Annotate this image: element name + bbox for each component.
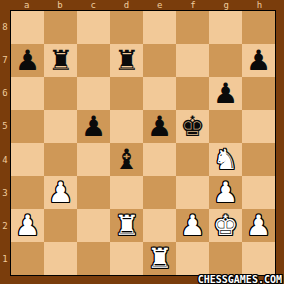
square-f1[interactable] xyxy=(176,242,209,275)
square-a3[interactable] xyxy=(11,176,44,209)
square-g7[interactable] xyxy=(209,44,242,77)
square-h4[interactable] xyxy=(242,143,275,176)
black-king: ♚ xyxy=(176,110,209,143)
square-c6[interactable] xyxy=(77,77,110,110)
square-f5[interactable]: ♚ xyxy=(176,110,209,143)
black-bishop: ♝ xyxy=(110,143,143,176)
square-e6[interactable] xyxy=(143,77,176,110)
square-f4[interactable] xyxy=(176,143,209,176)
square-c7[interactable] xyxy=(77,44,110,77)
square-g4[interactable]: ♞ xyxy=(209,143,242,176)
square-d1[interactable] xyxy=(110,242,143,275)
rank-label-2: 2 xyxy=(0,210,10,243)
square-c1[interactable] xyxy=(77,242,110,275)
white-rook: ♜ xyxy=(143,242,176,275)
rank-label-4: 4 xyxy=(0,143,10,176)
black-rook: ♜ xyxy=(44,44,77,77)
rank-labels: 87654321 xyxy=(0,10,10,276)
square-h2[interactable]: ♟ xyxy=(242,209,275,242)
square-f3[interactable] xyxy=(176,176,209,209)
board: ♟♜♜♟♟♟♟♚♝♞♟♟♟♜♟♚♟♜ xyxy=(10,10,276,276)
square-d6[interactable] xyxy=(110,77,143,110)
black-pawn: ♟ xyxy=(143,110,176,143)
square-h3[interactable] xyxy=(242,176,275,209)
black-pawn: ♟ xyxy=(77,110,110,143)
white-pawn: ♟ xyxy=(44,176,77,209)
square-b8[interactable] xyxy=(44,11,77,44)
square-e7[interactable] xyxy=(143,44,176,77)
square-a8[interactable] xyxy=(11,11,44,44)
white-king: ♚ xyxy=(209,209,242,242)
square-f2[interactable]: ♟ xyxy=(176,209,209,242)
rank-label-6: 6 xyxy=(0,77,10,110)
square-d7[interactable]: ♜ xyxy=(110,44,143,77)
square-a4[interactable] xyxy=(11,143,44,176)
black-pawn: ♟ xyxy=(209,77,242,110)
square-b3[interactable]: ♟ xyxy=(44,176,77,209)
white-pawn: ♟ xyxy=(242,209,275,242)
square-c8[interactable] xyxy=(77,11,110,44)
black-pawn: ♟ xyxy=(242,44,275,77)
white-pawn: ♟ xyxy=(11,209,44,242)
square-f8[interactable] xyxy=(176,11,209,44)
square-e2[interactable] xyxy=(143,209,176,242)
square-c2[interactable] xyxy=(77,209,110,242)
square-a1[interactable] xyxy=(11,242,44,275)
square-c5[interactable]: ♟ xyxy=(77,110,110,143)
rank-label-1: 1 xyxy=(0,243,10,276)
rank-label-3: 3 xyxy=(0,176,10,209)
square-h7[interactable]: ♟ xyxy=(242,44,275,77)
square-b6[interactable] xyxy=(44,77,77,110)
black-rook: ♜ xyxy=(110,44,143,77)
square-g1[interactable] xyxy=(209,242,242,275)
square-d8[interactable] xyxy=(110,11,143,44)
square-a5[interactable] xyxy=(11,110,44,143)
square-a2[interactable]: ♟ xyxy=(11,209,44,242)
square-e5[interactable]: ♟ xyxy=(143,110,176,143)
square-g8[interactable] xyxy=(209,11,242,44)
square-a7[interactable]: ♟ xyxy=(11,44,44,77)
square-d2[interactable]: ♜ xyxy=(110,209,143,242)
square-d4[interactable]: ♝ xyxy=(110,143,143,176)
square-f6[interactable] xyxy=(176,77,209,110)
square-d5[interactable] xyxy=(110,110,143,143)
square-g2[interactable]: ♚ xyxy=(209,209,242,242)
square-a6[interactable] xyxy=(11,77,44,110)
square-g6[interactable]: ♟ xyxy=(209,77,242,110)
white-pawn: ♟ xyxy=(176,209,209,242)
white-rook: ♜ xyxy=(110,209,143,242)
rank-label-8: 8 xyxy=(0,10,10,43)
square-e4[interactable] xyxy=(143,143,176,176)
square-e1[interactable]: ♜ xyxy=(143,242,176,275)
rank-label-7: 7 xyxy=(0,43,10,76)
square-b7[interactable]: ♜ xyxy=(44,44,77,77)
square-b1[interactable] xyxy=(44,242,77,275)
square-c4[interactable] xyxy=(77,143,110,176)
square-d3[interactable] xyxy=(110,176,143,209)
site-watermark: CHESSGAMES.COM xyxy=(198,274,282,284)
square-c3[interactable] xyxy=(77,176,110,209)
square-h8[interactable] xyxy=(242,11,275,44)
square-e3[interactable] xyxy=(143,176,176,209)
square-f7[interactable] xyxy=(176,44,209,77)
square-b4[interactable] xyxy=(44,143,77,176)
square-g5[interactable] xyxy=(209,110,242,143)
white-pawn: ♟ xyxy=(209,176,242,209)
square-h6[interactable] xyxy=(242,77,275,110)
square-e8[interactable] xyxy=(143,11,176,44)
square-h1[interactable] xyxy=(242,242,275,275)
square-g3[interactable]: ♟ xyxy=(209,176,242,209)
black-pawn: ♟ xyxy=(11,44,44,77)
square-b2[interactable] xyxy=(44,209,77,242)
white-knight: ♞ xyxy=(209,143,242,176)
rank-label-5: 5 xyxy=(0,110,10,143)
square-b5[interactable] xyxy=(44,110,77,143)
chess-diagram-frame: abcdefgh 87654321 ♟♜♜♟♟♟♟♚♝♞♟♟♟♜♟♚♟♜ CHE… xyxy=(0,0,284,284)
square-h5[interactable] xyxy=(242,110,275,143)
